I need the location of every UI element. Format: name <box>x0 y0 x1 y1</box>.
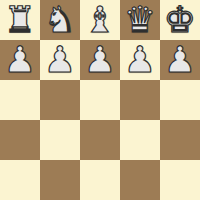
board-square[interactable]: ♟ <box>120 40 160 80</box>
white-queen[interactable]: ♛ <box>124 0 156 40</box>
white-pawn[interactable]: ♟ <box>4 40 36 80</box>
board-square[interactable] <box>160 160 200 200</box>
board-square[interactable] <box>0 80 40 120</box>
board-square[interactable] <box>40 120 80 160</box>
white-pawn[interactable]: ♟ <box>44 40 76 80</box>
board-square[interactable] <box>120 120 160 160</box>
board-square[interactable] <box>0 120 40 160</box>
board-square[interactable]: ♜ <box>0 0 40 40</box>
white-knight[interactable]: ♞ <box>44 0 76 40</box>
board-square[interactable] <box>80 160 120 200</box>
board-square[interactable] <box>80 120 120 160</box>
board-square[interactable]: ♟ <box>0 40 40 80</box>
board-square[interactable]: ♟ <box>160 40 200 80</box>
board-square[interactable]: ♛ <box>120 0 160 40</box>
white-bishop[interactable]: ♝ <box>84 0 116 40</box>
board-square[interactable]: ♞ <box>40 0 80 40</box>
board-square[interactable]: ♝ <box>80 0 120 40</box>
white-king[interactable]: ♚ <box>164 0 196 40</box>
board-square[interactable] <box>40 80 80 120</box>
board-square[interactable] <box>160 80 200 120</box>
board-square[interactable] <box>120 80 160 120</box>
board-square[interactable] <box>160 120 200 160</box>
white-pawn[interactable]: ♟ <box>84 40 116 80</box>
white-rook[interactable]: ♜ <box>4 0 36 40</box>
board-square[interactable] <box>0 160 40 200</box>
board-square[interactable] <box>40 160 80 200</box>
board-square[interactable] <box>120 160 160 200</box>
board-square[interactable]: ♚ <box>160 0 200 40</box>
board-square[interactable]: ♟ <box>40 40 80 80</box>
board-square[interactable]: ♟ <box>80 40 120 80</box>
white-pawn[interactable]: ♟ <box>164 40 196 80</box>
chess-board: ♜♞♝♛♚♟♟♟♟♟ <box>0 0 200 200</box>
board-square[interactable] <box>80 80 120 120</box>
white-pawn[interactable]: ♟ <box>124 40 156 80</box>
